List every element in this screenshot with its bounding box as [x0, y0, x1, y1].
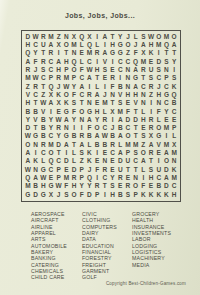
- grid-cell[interactable]: P: [78, 174, 86, 182]
- grid-cell[interactable]: W: [147, 33, 155, 41]
- grid-cell[interactable]: S: [139, 133, 147, 141]
- grid-cell[interactable]: B: [39, 133, 47, 141]
- grid-cell[interactable]: W: [32, 33, 40, 41]
- grid-cell[interactable]: J: [55, 83, 63, 91]
- grid-cell[interactable]: B: [155, 182, 163, 190]
- grid-cell[interactable]: P: [55, 166, 63, 174]
- grid-cell[interactable]: G: [155, 133, 163, 141]
- grid-cell[interactable]: Y: [24, 116, 32, 124]
- grid-cell[interactable]: T: [132, 133, 140, 141]
- grid-cell[interactable]: Q: [24, 50, 32, 58]
- grid-cell[interactable]: T: [139, 75, 147, 83]
- grid-cell[interactable]: K: [170, 166, 178, 174]
- grid-cell[interactable]: P: [124, 149, 132, 157]
- grid-cell[interactable]: W: [101, 133, 109, 141]
- grid-cell[interactable]: E: [124, 174, 132, 182]
- grid-cell[interactable]: R: [147, 149, 155, 157]
- grid-cell[interactable]: C: [47, 66, 55, 74]
- grid-cell[interactable]: K: [139, 191, 147, 199]
- grid-cell[interactable]: M: [170, 174, 178, 182]
- grid-cell[interactable]: W: [62, 83, 70, 91]
- grid-cell[interactable]: I: [116, 75, 124, 83]
- grid-cell[interactable]: H: [24, 41, 32, 49]
- grid-cell[interactable]: D: [24, 33, 32, 41]
- grid-cell[interactable]: I: [55, 50, 63, 58]
- grid-cell[interactable]: J: [86, 166, 94, 174]
- grid-cell[interactable]: C: [47, 58, 55, 66]
- grid-cell[interactable]: D: [55, 141, 63, 149]
- grid-cell[interactable]: S: [163, 58, 171, 66]
- grid-cell[interactable]: Y: [86, 182, 94, 190]
- grid-cell[interactable]: A: [116, 149, 124, 157]
- grid-cell[interactable]: V: [32, 116, 40, 124]
- grid-cell[interactable]: N: [155, 99, 163, 107]
- grid-cell[interactable]: I: [93, 174, 101, 182]
- grid-cell[interactable]: A: [101, 33, 109, 41]
- grid-cell[interactable]: E: [139, 124, 147, 132]
- grid-cell[interactable]: K: [170, 83, 178, 91]
- grid-cell[interactable]: O: [93, 124, 101, 132]
- grid-cell[interactable]: H: [170, 191, 178, 199]
- grid-cell[interactable]: M: [116, 108, 124, 116]
- grid-cell[interactable]: R: [39, 141, 47, 149]
- grid-cell[interactable]: K: [62, 99, 70, 107]
- grid-cell[interactable]: O: [24, 141, 32, 149]
- grid-cell[interactable]: E: [101, 149, 109, 157]
- grid-cell[interactable]: X: [47, 191, 55, 199]
- grid-cell[interactable]: B: [170, 99, 178, 107]
- grid-cell[interactable]: R: [39, 33, 47, 41]
- grid-cell[interactable]: O: [70, 191, 78, 199]
- grid-cell[interactable]: O: [70, 66, 78, 74]
- grid-cell[interactable]: N: [70, 50, 78, 58]
- grid-cell[interactable]: K: [147, 50, 155, 58]
- grid-cell[interactable]: S: [132, 149, 140, 157]
- grid-cell[interactable]: C: [78, 75, 86, 83]
- grid-cell[interactable]: C: [132, 158, 140, 166]
- grid-cell[interactable]: T: [101, 182, 109, 190]
- grid-cell[interactable]: U: [147, 66, 155, 74]
- grid-cell[interactable]: W: [32, 75, 40, 83]
- grid-cell[interactable]: P: [163, 75, 171, 83]
- grid-cell[interactable]: R: [32, 83, 40, 91]
- grid-cell[interactable]: Y: [109, 174, 117, 182]
- grid-cell[interactable]: F: [109, 83, 117, 91]
- grid-cell[interactable]: Y: [170, 58, 178, 66]
- grid-cell[interactable]: I: [155, 50, 163, 58]
- grid-cell[interactable]: E: [109, 166, 117, 174]
- grid-cell[interactable]: C: [39, 149, 47, 157]
- grid-cell[interactable]: N: [139, 99, 147, 107]
- grid-cell[interactable]: T: [39, 50, 47, 58]
- grid-cell[interactable]: Y: [47, 124, 55, 132]
- grid-cell[interactable]: O: [62, 41, 70, 49]
- grid-cell[interactable]: K: [155, 191, 163, 199]
- grid-cell[interactable]: B: [32, 108, 40, 116]
- grid-cell[interactable]: A: [163, 174, 171, 182]
- grid-cell[interactable]: T: [163, 50, 171, 58]
- grid-cell[interactable]: F: [32, 58, 40, 66]
- grid-cell[interactable]: Y: [93, 116, 101, 124]
- grid-cell[interactable]: G: [86, 108, 94, 116]
- grid-cell[interactable]: B: [39, 124, 47, 132]
- grid-cell[interactable]: A: [93, 91, 101, 99]
- grid-cell[interactable]: L: [78, 58, 86, 66]
- grid-cell[interactable]: Y: [32, 50, 40, 58]
- grid-cell[interactable]: D: [155, 58, 163, 66]
- grid-cell[interactable]: C: [155, 174, 163, 182]
- grid-cell[interactable]: O: [155, 33, 163, 41]
- grid-cell[interactable]: E: [147, 182, 155, 190]
- grid-cell[interactable]: A: [116, 133, 124, 141]
- grid-cell[interactable]: N: [124, 75, 132, 83]
- grid-cell[interactable]: R: [24, 66, 32, 74]
- grid-cell[interactable]: B: [109, 133, 117, 141]
- grid-cell[interactable]: D: [132, 116, 140, 124]
- word-list-item[interactable]: CHILD CARE: [31, 274, 82, 280]
- grid-cell[interactable]: F: [93, 166, 101, 174]
- grid-cell[interactable]: A: [101, 50, 109, 58]
- grid-cell[interactable]: D: [32, 191, 40, 199]
- grid-cell[interactable]: B: [70, 133, 78, 141]
- grid-cell[interactable]: O: [62, 91, 70, 99]
- grid-cell[interactable]: C: [32, 41, 40, 49]
- grid-cell[interactable]: V: [24, 91, 32, 99]
- grid-cell[interactable]: T: [55, 149, 63, 157]
- grid-cell[interactable]: G: [47, 182, 55, 190]
- grid-cell[interactable]: G: [62, 108, 70, 116]
- grid-cell[interactable]: M: [124, 141, 132, 149]
- grid-cell[interactable]: I: [70, 124, 78, 132]
- grid-cell[interactable]: C: [163, 99, 171, 107]
- grid-cell[interactable]: R: [55, 75, 63, 83]
- grid-cell[interactable]: Y: [70, 116, 78, 124]
- grid-cell[interactable]: T: [62, 50, 70, 58]
- grid-cell[interactable]: W: [39, 174, 47, 182]
- grid-cell[interactable]: B: [101, 141, 109, 149]
- grid-cell[interactable]: L: [139, 108, 147, 116]
- grid-cell[interactable]: T: [124, 166, 132, 174]
- grid-cell[interactable]: Y: [163, 108, 171, 116]
- grid-cell[interactable]: J: [155, 83, 163, 91]
- grid-cell[interactable]: V: [116, 91, 124, 99]
- grid-cell[interactable]: K: [32, 158, 40, 166]
- grid-cell[interactable]: Y: [55, 133, 63, 141]
- grid-cell[interactable]: T: [109, 99, 117, 107]
- grid-cell[interactable]: A: [32, 174, 40, 182]
- grid-cell[interactable]: R: [147, 83, 155, 91]
- grid-cell[interactable]: Q: [170, 91, 178, 99]
- grid-cell[interactable]: I: [109, 58, 117, 66]
- grid-cell[interactable]: S: [116, 99, 124, 107]
- grid-cell[interactable]: R: [93, 50, 101, 58]
- grid-cell[interactable]: F: [132, 50, 140, 58]
- grid-cell[interactable]: E: [93, 99, 101, 107]
- grid-cell[interactable]: W: [86, 66, 94, 74]
- grid-cell[interactable]: T: [93, 75, 101, 83]
- grid-cell[interactable]: N: [32, 141, 40, 149]
- grid-cell[interactable]: C: [101, 124, 109, 132]
- grid-cell[interactable]: C: [55, 158, 63, 166]
- grid-cell[interactable]: H: [93, 108, 101, 116]
- grid-cell[interactable]: T: [39, 83, 47, 91]
- grid-cell[interactable]: T: [78, 99, 86, 107]
- grid-cell[interactable]: V: [155, 141, 163, 149]
- grid-cell[interactable]: N: [62, 33, 70, 41]
- grid-cell[interactable]: J: [32, 66, 40, 74]
- grid-cell[interactable]: E: [155, 149, 163, 157]
- grid-cell[interactable]: R: [86, 91, 94, 99]
- word-list-item[interactable]: MEDIA: [132, 262, 189, 268]
- grid-cell[interactable]: S: [101, 66, 109, 74]
- grid-cell[interactable]: R: [116, 174, 124, 182]
- grid-cell[interactable]: D: [124, 116, 132, 124]
- grid-cell[interactable]: V: [101, 58, 109, 66]
- grid-cell[interactable]: C: [170, 182, 178, 190]
- grid-cell[interactable]: F: [78, 66, 86, 74]
- grid-cell[interactable]: E: [101, 75, 109, 83]
- grid-cell[interactable]: X: [55, 41, 63, 49]
- grid-cell[interactable]: Q: [78, 33, 86, 41]
- grid-cell[interactable]: I: [86, 83, 94, 91]
- grid-cell[interactable]: Z: [78, 158, 86, 166]
- grid-cell[interactable]: T: [32, 124, 40, 132]
- grid-cell[interactable]: O: [139, 149, 147, 157]
- grid-cell[interactable]: E: [124, 99, 132, 107]
- grid-cell[interactable]: S: [170, 75, 178, 83]
- grid-cell[interactable]: P: [132, 191, 140, 199]
- grid-cell[interactable]: Z: [139, 141, 147, 149]
- word-list-item[interactable]: GOLF: [82, 274, 132, 280]
- grid-cell[interactable]: G: [116, 50, 124, 58]
- grid-cell[interactable]: B: [116, 191, 124, 199]
- grid-cell[interactable]: M: [163, 141, 171, 149]
- grid-cell[interactable]: N: [78, 116, 86, 124]
- grid-cell[interactable]: L: [93, 83, 101, 91]
- grid-cell[interactable]: U: [124, 158, 132, 166]
- grid-cell[interactable]: U: [116, 166, 124, 174]
- grid-cell[interactable]: E: [116, 182, 124, 190]
- grid-cell[interactable]: J: [132, 41, 140, 49]
- grid-cell[interactable]: I: [163, 133, 171, 141]
- grid-cell[interactable]: I: [62, 149, 70, 157]
- grid-cell[interactable]: E: [62, 166, 70, 174]
- grid-cell[interactable]: A: [163, 149, 171, 157]
- grid-cell[interactable]: Q: [86, 41, 94, 49]
- grid-cell[interactable]: R: [109, 75, 117, 83]
- grid-cell[interactable]: X: [170, 141, 178, 149]
- grid-cell[interactable]: F: [70, 91, 78, 99]
- grid-cell[interactable]: M: [24, 182, 32, 190]
- grid-cell[interactable]: H: [55, 66, 63, 74]
- grid-cell[interactable]: M: [101, 99, 109, 107]
- grid-cell[interactable]: X: [139, 50, 147, 58]
- grid-cell[interactable]: T: [70, 141, 78, 149]
- grid-cell[interactable]: T: [170, 50, 178, 58]
- grid-cell[interactable]: C: [124, 58, 132, 66]
- grid-cell[interactable]: P: [62, 66, 70, 74]
- grid-cell[interactable]: L: [170, 133, 178, 141]
- grid-cell[interactable]: S: [70, 99, 78, 107]
- grid-cell[interactable]: N: [62, 124, 70, 132]
- grid-cell[interactable]: J: [124, 33, 132, 41]
- grid-cell[interactable]: L: [78, 41, 86, 49]
- grid-cell[interactable]: A: [147, 141, 155, 149]
- grid-cell[interactable]: L: [132, 33, 140, 41]
- grid-cell[interactable]: Q: [47, 83, 55, 91]
- grid-cell[interactable]: R: [147, 116, 155, 124]
- grid-cell[interactable]: H: [24, 99, 32, 107]
- grid-cell[interactable]: P: [70, 75, 78, 83]
- grid-cell[interactable]: R: [101, 166, 109, 174]
- grid-cell[interactable]: N: [101, 158, 109, 166]
- grid-cell[interactable]: M: [47, 141, 55, 149]
- grid-cell[interactable]: G: [163, 91, 171, 99]
- grid-cell[interactable]: E: [163, 116, 171, 124]
- grid-cell[interactable]: C: [155, 75, 163, 83]
- grid-cell[interactable]: B: [39, 116, 47, 124]
- grid-cell[interactable]: O: [78, 108, 86, 116]
- grid-cell[interactable]: P: [55, 174, 63, 182]
- grid-cell[interactable]: J: [101, 91, 109, 99]
- grid-cell[interactable]: R: [109, 141, 117, 149]
- grid-cell[interactable]: D: [62, 158, 70, 166]
- grid-cell[interactable]: F: [124, 108, 132, 116]
- grid-cell[interactable]: A: [24, 58, 32, 66]
- grid-cell[interactable]: C: [47, 133, 55, 141]
- grid-cell[interactable]: M: [24, 75, 32, 83]
- grid-cell[interactable]: E: [147, 58, 155, 66]
- grid-cell[interactable]: Q: [47, 158, 55, 166]
- grid-cell[interactable]: M: [139, 58, 147, 66]
- grid-cell[interactable]: G: [39, 166, 47, 174]
- grid-cell[interactable]: C: [32, 91, 40, 99]
- grid-cell[interactable]: D: [163, 166, 171, 174]
- grid-cell[interactable]: N: [124, 83, 132, 91]
- grid-cell[interactable]: X: [86, 33, 94, 41]
- grid-cell[interactable]: Z: [39, 91, 47, 99]
- grid-cell[interactable]: L: [93, 41, 101, 49]
- grid-cell[interactable]: D: [163, 182, 171, 190]
- grid-cell[interactable]: E: [170, 116, 178, 124]
- grid-cell[interactable]: A: [78, 83, 86, 91]
- grid-cell[interactable]: I: [32, 149, 40, 157]
- grid-cell[interactable]: K: [55, 91, 63, 99]
- grid-cell[interactable]: F: [86, 124, 94, 132]
- grid-cell[interactable]: C: [116, 66, 124, 74]
- grid-cell[interactable]: O: [155, 124, 163, 132]
- grid-cell[interactable]: B: [24, 108, 32, 116]
- grid-cell[interactable]: I: [93, 33, 101, 41]
- grid-cell[interactable]: V: [132, 99, 140, 107]
- grid-cell[interactable]: S: [124, 191, 132, 199]
- grid-cell[interactable]: S: [147, 75, 155, 83]
- grid-cell[interactable]: X: [70, 33, 78, 41]
- grid-cell[interactable]: C: [78, 91, 86, 99]
- grid-cell[interactable]: R: [55, 124, 63, 132]
- grid-cell[interactable]: H: [147, 174, 155, 182]
- grid-cell[interactable]: L: [86, 141, 94, 149]
- grid-cell[interactable]: A: [86, 75, 94, 83]
- grid-cell[interactable]: T: [132, 166, 140, 174]
- grid-cell[interactable]: Y: [78, 182, 86, 190]
- grid-cell[interactable]: W: [55, 182, 63, 190]
- grid-cell[interactable]: A: [116, 116, 124, 124]
- grid-cell[interactable]: N: [132, 174, 140, 182]
- grid-cell[interactable]: Z: [124, 50, 132, 58]
- grid-cell[interactable]: I: [155, 158, 163, 166]
- grid-cell[interactable]: R: [139, 66, 147, 74]
- grid-cell[interactable]: B: [32, 182, 40, 190]
- grid-cell[interactable]: K: [86, 149, 94, 157]
- grid-cell[interactable]: X: [109, 108, 117, 116]
- grid-cell[interactable]: C: [163, 83, 171, 91]
- grid-cell[interactable]: E: [109, 66, 117, 74]
- grid-cell[interactable]: I: [101, 83, 109, 91]
- grid-cell[interactable]: B: [93, 141, 101, 149]
- grid-cell[interactable]: L: [70, 149, 78, 157]
- grid-cell[interactable]: M: [47, 33, 55, 41]
- grid-cell[interactable]: A: [62, 141, 70, 149]
- grid-cell[interactable]: F: [78, 191, 86, 199]
- grid-cell[interactable]: E: [93, 158, 101, 166]
- grid-cell[interactable]: M: [62, 75, 70, 83]
- grid-cell[interactable]: B: [116, 124, 124, 132]
- grid-cell[interactable]: Z: [24, 83, 32, 91]
- grid-cell[interactable]: G: [116, 41, 124, 49]
- grid-cell[interactable]: M: [163, 33, 171, 41]
- grid-cell[interactable]: H: [155, 91, 163, 99]
- grid-cell[interactable]: P: [170, 124, 178, 132]
- grid-cell[interactable]: Y: [47, 116, 55, 124]
- grid-cell[interactable]: L: [139, 166, 147, 174]
- grid-cell[interactable]: M: [86, 50, 94, 58]
- grid-cell[interactable]: M: [155, 41, 163, 49]
- grid-cell[interactable]: E: [109, 158, 117, 166]
- grid-cell[interactable]: W: [55, 116, 63, 124]
- grid-cell[interactable]: P: [78, 166, 86, 174]
- grid-cell[interactable]: T: [109, 33, 117, 41]
- grid-cell[interactable]: F: [155, 108, 163, 116]
- grid-cell[interactable]: C: [124, 124, 132, 132]
- grid-cell[interactable]: L: [39, 158, 47, 166]
- grid-cell[interactable]: L: [116, 141, 124, 149]
- grid-cell[interactable]: J: [109, 124, 117, 132]
- grid-cell[interactable]: A: [24, 158, 32, 166]
- grid-cell[interactable]: H: [109, 41, 117, 49]
- grid-cell[interactable]: P: [93, 191, 101, 199]
- grid-cell[interactable]: R: [101, 116, 109, 124]
- grid-cell[interactable]: A: [86, 116, 94, 124]
- grid-cell[interactable]: L: [101, 108, 109, 116]
- grid-cell[interactable]: O: [124, 133, 132, 141]
- grid-cell[interactable]: G: [62, 133, 70, 141]
- grid-cell[interactable]: R: [78, 133, 86, 141]
- grid-cell[interactable]: I: [109, 116, 117, 124]
- grid-cell[interactable]: A: [132, 66, 140, 74]
- grid-cell[interactable]: I: [170, 66, 178, 74]
- grid-cell[interactable]: M: [170, 149, 178, 157]
- grid-cell[interactable]: D: [116, 158, 124, 166]
- grid-cell[interactable]: A: [47, 41, 55, 49]
- grid-cell[interactable]: H: [139, 116, 147, 124]
- grid-cell[interactable]: Y: [70, 83, 78, 91]
- grid-cell[interactable]: H: [70, 182, 78, 190]
- grid-cell[interactable]: S: [39, 66, 47, 74]
- grid-cell[interactable]: U: [39, 41, 47, 49]
- grid-cell[interactable]: B: [86, 133, 94, 141]
- grid-cell[interactable]: X: [55, 99, 63, 107]
